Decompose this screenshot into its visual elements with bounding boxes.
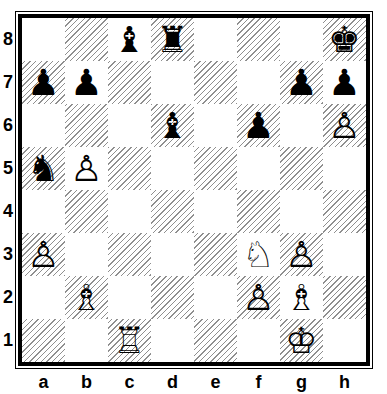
square-f6[interactable]: ♟ xyxy=(237,104,280,147)
rank-label-7: 7 xyxy=(0,61,16,104)
square-g6[interactable] xyxy=(280,104,323,147)
square-d3[interactable] xyxy=(151,233,194,276)
file-label-b: b xyxy=(65,372,108,392)
square-f7[interactable] xyxy=(237,61,280,104)
square-a6[interactable] xyxy=(22,104,65,147)
piece-black-rook: ♜ xyxy=(151,18,194,61)
piece-white-knight: ♘ xyxy=(237,233,280,276)
square-h5[interactable] xyxy=(323,147,366,190)
square-c5[interactable] xyxy=(108,147,151,190)
rank-label-3: 3 xyxy=(0,233,16,276)
rank-label-5: 5 xyxy=(0,147,16,190)
rank-label-8: 8 xyxy=(0,18,16,61)
square-c2[interactable] xyxy=(108,276,151,319)
file-label-h: h xyxy=(323,372,366,392)
piece-black-knight: ♞ xyxy=(22,147,65,190)
square-g2[interactable]: ♗ xyxy=(280,276,323,319)
piece-white-bishop: ♗ xyxy=(280,276,323,319)
square-a2[interactable] xyxy=(22,276,65,319)
rank-labels: 87654321 xyxy=(0,18,16,362)
square-a8[interactable] xyxy=(22,18,65,61)
piece-black-pawn: ♟ xyxy=(280,61,323,104)
square-e1[interactable] xyxy=(194,319,237,362)
square-c3[interactable] xyxy=(108,233,151,276)
square-b6[interactable] xyxy=(65,104,108,147)
rank-label-6: 6 xyxy=(0,104,16,147)
board-frame: ♝♜♚♟♟♟♟♝♟♙♞♙♙♘♙♗♙♗♖♔ xyxy=(18,14,370,366)
square-e7[interactable] xyxy=(194,61,237,104)
square-d1[interactable] xyxy=(151,319,194,362)
piece-white-pawn: ♙ xyxy=(237,276,280,319)
square-b1[interactable] xyxy=(65,319,108,362)
piece-black-pawn: ♟ xyxy=(237,104,280,147)
square-b7[interactable]: ♟ xyxy=(65,61,108,104)
square-c8[interactable]: ♝ xyxy=(108,18,151,61)
square-b5[interactable]: ♙ xyxy=(65,147,108,190)
piece-black-pawn: ♟ xyxy=(65,61,108,104)
piece-white-bishop: ♗ xyxy=(65,276,108,319)
square-c7[interactable] xyxy=(108,61,151,104)
square-h4[interactable] xyxy=(323,190,366,233)
square-e8[interactable] xyxy=(194,18,237,61)
square-g8[interactable] xyxy=(280,18,323,61)
square-d7[interactable] xyxy=(151,61,194,104)
piece-black-pawn: ♟ xyxy=(22,61,65,104)
file-labels: abcdefgh xyxy=(22,372,366,392)
square-f1[interactable] xyxy=(237,319,280,362)
square-d4[interactable] xyxy=(151,190,194,233)
square-b3[interactable] xyxy=(65,233,108,276)
square-g5[interactable] xyxy=(280,147,323,190)
square-a4[interactable] xyxy=(22,190,65,233)
square-h2[interactable] xyxy=(323,276,366,319)
square-f4[interactable] xyxy=(237,190,280,233)
file-label-c: c xyxy=(108,372,151,392)
square-h8[interactable]: ♚ xyxy=(323,18,366,61)
square-f5[interactable] xyxy=(237,147,280,190)
square-d6[interactable]: ♝ xyxy=(151,104,194,147)
file-label-g: g xyxy=(280,372,323,392)
piece-white-king: ♔ xyxy=(280,319,323,362)
rank-label-4: 4 xyxy=(0,190,16,233)
square-g4[interactable] xyxy=(280,190,323,233)
square-g7[interactable]: ♟ xyxy=(280,61,323,104)
chess-board: ♝♜♚♟♟♟♟♝♟♙♞♙♙♘♙♗♙♗♖♔ xyxy=(22,18,366,362)
file-label-d: d xyxy=(151,372,194,392)
square-a1[interactable] xyxy=(22,319,65,362)
square-g3[interactable]: ♙ xyxy=(280,233,323,276)
square-b2[interactable]: ♗ xyxy=(65,276,108,319)
square-h3[interactable] xyxy=(323,233,366,276)
square-d8[interactable]: ♜ xyxy=(151,18,194,61)
square-f2[interactable]: ♙ xyxy=(237,276,280,319)
square-c1[interactable]: ♖ xyxy=(108,319,151,362)
square-b8[interactable] xyxy=(65,18,108,61)
file-label-a: a xyxy=(22,372,65,392)
square-d2[interactable] xyxy=(151,276,194,319)
square-h1[interactable] xyxy=(323,319,366,362)
file-label-f: f xyxy=(237,372,280,392)
square-c6[interactable] xyxy=(108,104,151,147)
square-c4[interactable] xyxy=(108,190,151,233)
piece-black-bishop: ♝ xyxy=(108,18,151,61)
piece-black-pawn: ♟ xyxy=(323,61,366,104)
square-a5[interactable]: ♞ xyxy=(22,147,65,190)
square-f8[interactable] xyxy=(237,18,280,61)
file-label-e: e xyxy=(194,372,237,392)
piece-white-pawn: ♙ xyxy=(280,233,323,276)
piece-black-bishop: ♝ xyxy=(151,104,194,147)
square-d5[interactable] xyxy=(151,147,194,190)
square-a7[interactable]: ♟ xyxy=(22,61,65,104)
square-b4[interactable] xyxy=(65,190,108,233)
square-f3[interactable]: ♘ xyxy=(237,233,280,276)
rank-label-1: 1 xyxy=(0,319,16,362)
piece-white-pawn: ♙ xyxy=(22,233,65,276)
piece-white-rook: ♖ xyxy=(108,319,151,362)
square-e2[interactable] xyxy=(194,276,237,319)
square-e6[interactable] xyxy=(194,104,237,147)
square-g1[interactable]: ♔ xyxy=(280,319,323,362)
piece-black-king: ♚ xyxy=(323,18,366,61)
piece-white-pawn: ♙ xyxy=(65,147,108,190)
square-e3[interactable] xyxy=(194,233,237,276)
rank-label-2: 2 xyxy=(0,276,16,319)
square-h7[interactable]: ♟ xyxy=(323,61,366,104)
piece-white-pawn: ♙ xyxy=(323,104,366,147)
square-a3[interactable]: ♙ xyxy=(22,233,65,276)
square-e5[interactable] xyxy=(194,147,237,190)
square-e4[interactable] xyxy=(194,190,237,233)
square-h6[interactable]: ♙ xyxy=(323,104,366,147)
